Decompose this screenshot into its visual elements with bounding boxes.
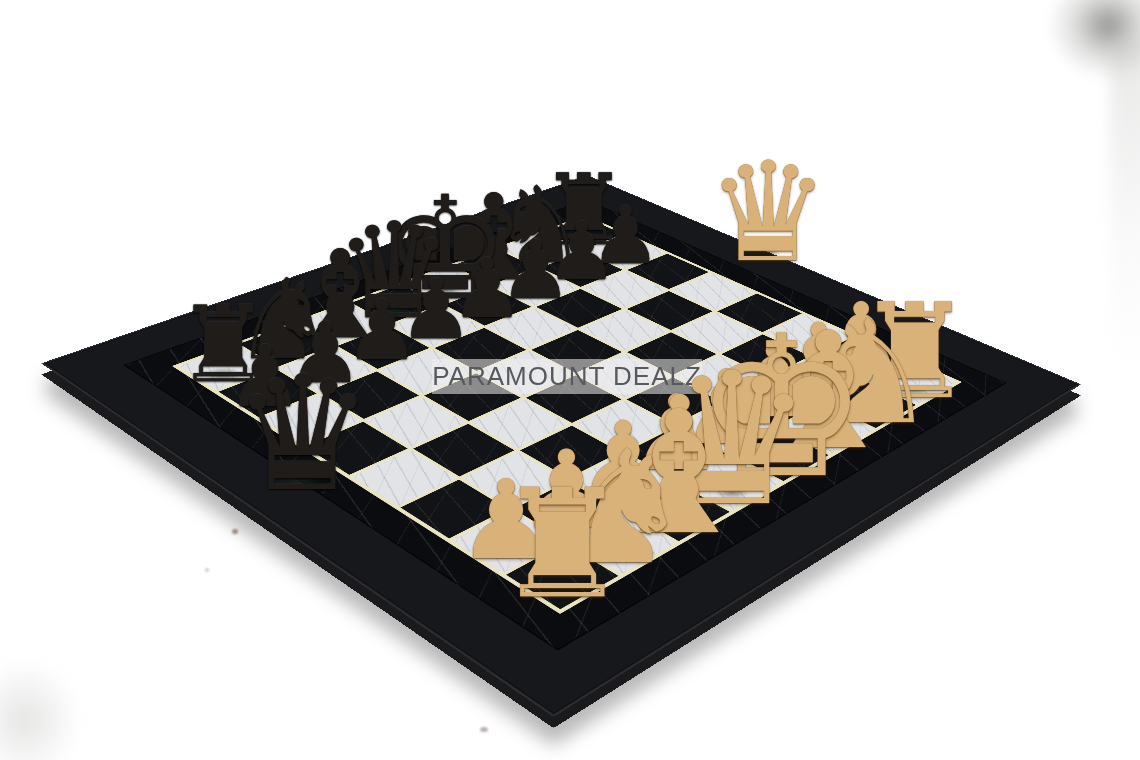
product-photo-scene: ♜♞♝♛♚♝♞♜♟♟♟♟♟♟♟♟♟♟♟♟♟♟♟♟♜♞♝♛♚♝♞♜♛♛ PARAM… <box>0 0 1140 760</box>
piece-white-rook-a1[interactable]: ♜ <box>495 470 629 620</box>
piece-black-queen-extra[interactable]: ♛ <box>231 355 374 514</box>
piece-white-queen-extra[interactable]: ♛ <box>706 145 829 283</box>
